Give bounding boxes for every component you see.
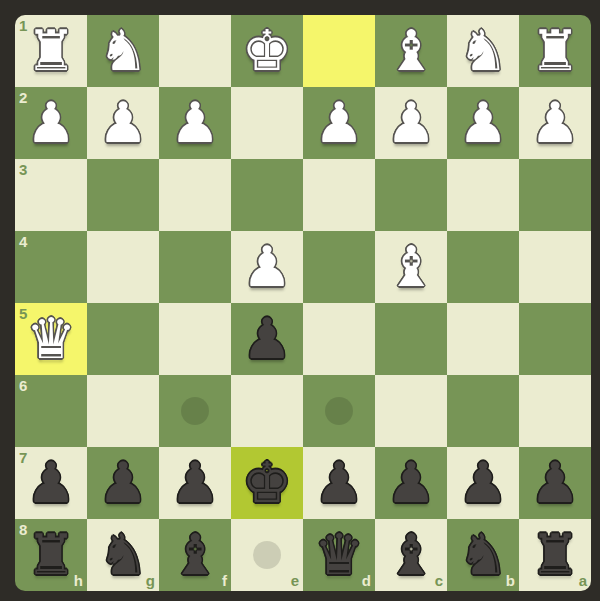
square-b4[interactable] [447,231,519,303]
square-b2[interactable]: ♟ [447,87,519,159]
square-g1[interactable]: ♞ [87,15,159,87]
white-bishop-piece[interactable]: ♝ [375,15,447,87]
square-d1[interactable] [303,15,375,87]
black-pawn-piece[interactable]: ♟ [375,447,447,519]
square-b6[interactable] [447,375,519,447]
square-b1[interactable]: ♞ [447,15,519,87]
square-e1[interactable]: ♚ [231,15,303,87]
white-queen-piece[interactable]: ♛ [15,303,87,375]
square-e6[interactable] [231,375,303,447]
black-pawn-piece[interactable]: ♟ [159,447,231,519]
rank-label-4: 4 [19,234,27,249]
square-e4[interactable]: ♟ [231,231,303,303]
square-g3[interactable] [87,159,159,231]
square-g6[interactable] [87,375,159,447]
square-c6[interactable] [375,375,447,447]
legal-move-dot-e8[interactable] [253,541,281,569]
square-f2[interactable]: ♟ [159,87,231,159]
rank-label-3: 3 [19,162,27,177]
square-d5[interactable] [303,303,375,375]
black-pawn-piece[interactable]: ♟ [447,447,519,519]
white-knight-piece[interactable]: ♞ [87,15,159,87]
black-queen-piece[interactable]: ♛ [303,519,375,591]
square-h1[interactable]: 1♜ [15,15,87,87]
square-g8[interactable]: g♞ [87,519,159,591]
square-g4[interactable] [87,231,159,303]
app-background: { "game": "chess", "position": { "fen": … [0,0,600,601]
square-d2[interactable]: ♟ [303,87,375,159]
square-f7[interactable]: ♟ [159,447,231,519]
square-h6[interactable]: 6 [15,375,87,447]
black-knight-piece[interactable]: ♞ [87,519,159,591]
black-pawn-piece[interactable]: ♟ [519,447,591,519]
black-bishop-piece[interactable]: ♝ [375,519,447,591]
square-a4[interactable] [519,231,591,303]
square-g2[interactable]: ♟ [87,87,159,159]
square-d8[interactable]: d♛ [303,519,375,591]
square-c3[interactable] [375,159,447,231]
square-d7[interactable]: ♟ [303,447,375,519]
square-f1[interactable] [159,15,231,87]
square-h8[interactable]: 8h♜ [15,519,87,591]
square-c4[interactable]: ♝ [375,231,447,303]
square-b8[interactable]: b♞ [447,519,519,591]
white-king-piece[interactable]: ♚ [231,15,303,87]
square-c7[interactable]: ♟ [375,447,447,519]
square-a7[interactable]: ♟ [519,447,591,519]
black-bishop-piece[interactable]: ♝ [159,519,231,591]
white-pawn-piece[interactable]: ♟ [87,87,159,159]
square-c1[interactable]: ♝ [375,15,447,87]
black-pawn-piece[interactable]: ♟ [87,447,159,519]
square-a1[interactable]: ♜ [519,15,591,87]
square-c5[interactable] [375,303,447,375]
square-e8[interactable]: e [231,519,303,591]
square-c8[interactable]: c♝ [375,519,447,591]
square-g7[interactable]: ♟ [87,447,159,519]
white-rook-piece[interactable]: ♜ [15,15,87,87]
white-pawn-piece[interactable]: ♟ [447,87,519,159]
square-e5[interactable]: ♟ [231,303,303,375]
square-e7[interactable]: ♚ [231,447,303,519]
square-f5[interactable] [159,303,231,375]
black-pawn-piece[interactable]: ♟ [231,303,303,375]
square-a8[interactable]: a♜ [519,519,591,591]
square-h2[interactable]: 2♟ [15,87,87,159]
square-d6[interactable] [303,375,375,447]
white-rook-piece[interactable]: ♜ [519,15,591,87]
square-f6[interactable] [159,375,231,447]
square-g5[interactable] [87,303,159,375]
square-a6[interactable] [519,375,591,447]
square-a5[interactable] [519,303,591,375]
square-b3[interactable] [447,159,519,231]
square-b7[interactable]: ♟ [447,447,519,519]
black-pawn-piece[interactable]: ♟ [15,447,87,519]
white-pawn-piece[interactable]: ♟ [159,87,231,159]
black-pawn-piece[interactable]: ♟ [303,447,375,519]
black-knight-piece[interactable]: ♞ [447,519,519,591]
square-h5[interactable]: 5♛ [15,303,87,375]
rank-label-6: 6 [19,378,27,393]
white-pawn-piece[interactable]: ♟ [375,87,447,159]
square-a3[interactable] [519,159,591,231]
white-bishop-piece[interactable]: ♝ [375,231,447,303]
square-d3[interactable] [303,159,375,231]
white-pawn-piece[interactable]: ♟ [303,87,375,159]
white-knight-piece[interactable]: ♞ [447,15,519,87]
square-h4[interactable]: 4 [15,231,87,303]
square-f4[interactable] [159,231,231,303]
square-h3[interactable]: 3 [15,159,87,231]
black-king-piece[interactable]: ♚ [231,447,303,519]
square-e3[interactable] [231,159,303,231]
file-label-e: e [291,573,299,588]
square-e2[interactable] [231,87,303,159]
square-a2[interactable]: ♟ [519,87,591,159]
square-f3[interactable] [159,159,231,231]
white-pawn-piece[interactable]: ♟ [231,231,303,303]
square-b5[interactable] [447,303,519,375]
legal-move-dot-d6[interactable] [325,397,353,425]
chess-board: 1♜♞♚♝♞♜2♟♟♟♟♟♟♟34♟♝5♛♟67♟♟♟♚♟♟♟♟8h♜g♞f♝e… [15,15,591,591]
square-f8[interactable]: f♝ [159,519,231,591]
white-pawn-piece[interactable]: ♟ [15,87,87,159]
black-rook-piece[interactable]: ♜ [519,519,591,591]
square-c2[interactable]: ♟ [375,87,447,159]
white-pawn-piece[interactable]: ♟ [519,87,591,159]
square-d4[interactable] [303,231,375,303]
legal-move-dot-f6[interactable] [181,397,209,425]
black-rook-piece[interactable]: ♜ [15,519,87,591]
square-h7[interactable]: 7♟ [15,447,87,519]
